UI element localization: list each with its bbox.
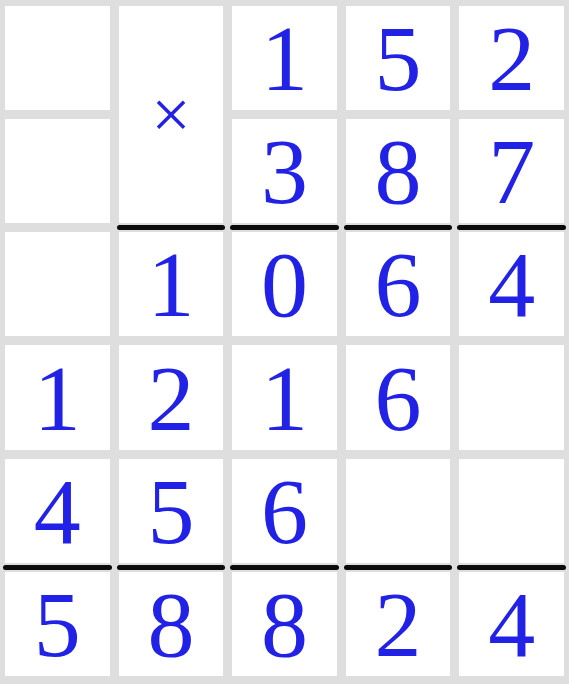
cell-r5c1: 4 xyxy=(5,459,110,563)
cell-r1c3: 1 xyxy=(232,6,337,110)
cell-r5c2: 5 xyxy=(119,459,224,563)
cell-r3c2: 1 xyxy=(119,232,224,336)
cell-r6c1: 5 xyxy=(5,572,110,676)
cell-r4c4: 6 xyxy=(346,345,451,449)
multiply-operator-cell: × xyxy=(119,6,224,223)
cell-r5c5 xyxy=(459,459,564,563)
cell-r4c1: 1 xyxy=(5,345,110,449)
cell-r1c4: 5 xyxy=(346,6,451,110)
multiplication-board: ×1523871064121645658824 xyxy=(0,0,569,684)
cell-r5c4 xyxy=(346,459,451,563)
cell-r1c5: 2 xyxy=(459,6,564,110)
cell-r3c5: 4 xyxy=(459,232,564,336)
cell-r6c3: 8 xyxy=(232,572,337,676)
cell-r2c1 xyxy=(5,119,110,223)
cell-r2c3: 3 xyxy=(232,119,337,223)
cell-r3c4: 6 xyxy=(346,232,451,336)
cell-r3c3: 0 xyxy=(232,232,337,336)
cell-r6c2: 8 xyxy=(119,572,224,676)
cell-r1c1 xyxy=(5,6,110,110)
cell-r2c5: 7 xyxy=(459,119,564,223)
cell-r6c4: 2 xyxy=(346,572,451,676)
cell-r2c4: 8 xyxy=(346,119,451,223)
cell-r3c1 xyxy=(5,232,110,336)
cell-r6c5: 4 xyxy=(459,572,564,676)
cell-r4c5 xyxy=(459,345,564,449)
cell-r5c3: 6 xyxy=(232,459,337,563)
cell-r4c2: 2 xyxy=(119,345,224,449)
cell-r4c3: 1 xyxy=(232,345,337,449)
